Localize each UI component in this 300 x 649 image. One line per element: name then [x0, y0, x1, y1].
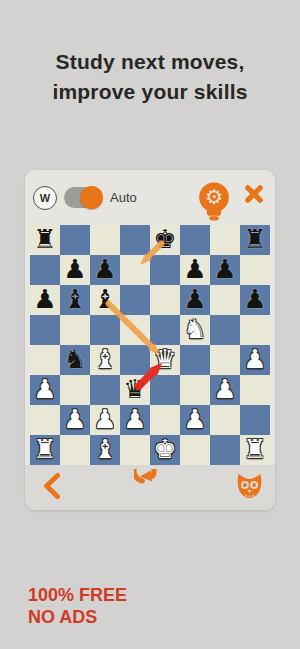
square-a5[interactable] [30, 315, 60, 345]
piece-black-king[interactable]: ♚ [150, 225, 180, 255]
square-f4[interactable] [180, 345, 210, 375]
side-to-move-badge: W [33, 186, 57, 210]
square-f5[interactable]: ♞ [180, 315, 210, 345]
close-icon [244, 184, 264, 208]
back-button[interactable] [39, 472, 65, 504]
title-line-1: Study next moves, [0, 47, 300, 77]
square-g2[interactable] [210, 405, 240, 435]
piece-black-rook[interactable]: ♜ [30, 225, 60, 255]
square-c6[interactable]: ♝ [90, 285, 120, 315]
piece-white-pawn[interactable]: ♟ [30, 375, 60, 405]
square-g1[interactable] [210, 435, 240, 465]
square-g5[interactable] [210, 315, 240, 345]
square-g6[interactable] [210, 285, 240, 315]
square-e3[interactable] [150, 375, 180, 405]
auto-toggle-knob[interactable] [80, 186, 103, 209]
square-h2[interactable] [240, 405, 270, 435]
square-g4[interactable] [210, 345, 240, 375]
piece-black-pawn[interactable]: ♟ [180, 255, 210, 285]
square-f8[interactable] [180, 225, 210, 255]
piece-white-bishop[interactable]: ♝ [90, 435, 120, 465]
piece-black-pawn[interactable]: ♟ [210, 255, 240, 285]
square-c3[interactable] [90, 375, 120, 405]
piece-black-pawn[interactable]: ♟ [90, 255, 120, 285]
square-b8[interactable] [60, 225, 90, 255]
title-line-2: improve your skills [0, 77, 300, 107]
square-d4[interactable] [120, 345, 150, 375]
piece-black-pawn[interactable]: ♟ [180, 285, 210, 315]
hint-button[interactable]: ⚙ [195, 177, 233, 225]
square-d6[interactable] [120, 285, 150, 315]
square-c5[interactable] [90, 315, 120, 345]
piece-white-knight[interactable]: ♞ [180, 315, 210, 345]
promo-free-line: 100% FREE [28, 584, 127, 606]
piece-black-knight[interactable]: ♞ [60, 345, 90, 375]
square-d8[interactable] [120, 225, 150, 255]
promo-text: 100% FREE NO ADS [28, 584, 127, 628]
svg-text:⚙: ⚙ [205, 184, 223, 208]
square-f1[interactable] [180, 435, 210, 465]
close-button[interactable] [244, 184, 264, 208]
square-f2[interactable]: ♟ [180, 405, 210, 435]
square-g3[interactable]: ♟ [210, 375, 240, 405]
square-b2[interactable]: ♟ [60, 405, 90, 435]
auto-toggle[interactable] [64, 187, 102, 208]
piece-black-pawn[interactable]: ♟ [30, 285, 60, 315]
square-h7[interactable] [240, 255, 270, 285]
square-d1[interactable] [120, 435, 150, 465]
bottom-bar [25, 465, 275, 510]
piece-white-rook[interactable]: ♜ [240, 435, 270, 465]
owl-logo-icon [236, 472, 263, 503]
square-d5[interactable] [120, 315, 150, 345]
square-a8[interactable]: ♜ [30, 225, 60, 255]
square-b3[interactable] [60, 375, 90, 405]
square-a3[interactable]: ♟ [30, 375, 60, 405]
promo-noads-line: NO ADS [28, 606, 127, 628]
square-e7[interactable] [150, 255, 180, 285]
piece-white-pawn[interactable]: ♟ [210, 375, 240, 405]
square-a1[interactable]: ♜ [30, 435, 60, 465]
square-h5[interactable] [240, 315, 270, 345]
square-e5[interactable] [150, 315, 180, 345]
piece-white-pawn[interactable]: ♟ [120, 405, 150, 435]
page-title: Study next moves, improve your skills [0, 47, 300, 107]
piece-white-queen[interactable]: ♛ [150, 345, 180, 375]
square-b5[interactable] [60, 315, 90, 345]
square-c1[interactable]: ♝ [90, 435, 120, 465]
piece-black-queen[interactable]: ♛ [120, 375, 150, 405]
piece-white-pawn[interactable]: ♟ [90, 405, 120, 435]
square-h8[interactable]: ♜ [240, 225, 270, 255]
square-f7[interactable]: ♟ [180, 255, 210, 285]
square-d2[interactable]: ♟ [120, 405, 150, 435]
square-f3[interactable] [180, 375, 210, 405]
square-b1[interactable] [60, 435, 90, 465]
square-c7[interactable]: ♟ [90, 255, 120, 285]
piece-white-pawn[interactable]: ♟ [180, 405, 210, 435]
square-b7[interactable]: ♟ [60, 255, 90, 285]
piece-white-rook[interactable]: ♜ [30, 435, 60, 465]
square-h1[interactable]: ♜ [240, 435, 270, 465]
square-h3[interactable] [240, 375, 270, 405]
owl-logo-button[interactable] [236, 472, 263, 503]
piece-white-pawn[interactable]: ♟ [60, 405, 90, 435]
auto-toggle-label: Auto [110, 190, 137, 205]
chess-board[interactable]: ♜♚♜♟♟♟♟♟♝♝♟♟♞♞♝♛♟♟♛♟♟♟♟♟♜♝♚♜ [30, 225, 270, 465]
piece-black-bishop[interactable]: ♝ [60, 285, 90, 315]
square-h6[interactable]: ♟ [240, 285, 270, 315]
back-chevron-icon [39, 472, 65, 504]
square-e8[interactable]: ♚ [150, 225, 180, 255]
square-e1[interactable]: ♚ [150, 435, 180, 465]
square-a7[interactable] [30, 255, 60, 285]
restart-button[interactable] [134, 469, 168, 507]
square-f6[interactable]: ♟ [180, 285, 210, 315]
piece-black-bishop[interactable]: ♝ [90, 285, 120, 315]
square-c4[interactable]: ♝ [90, 345, 120, 375]
piece-black-pawn[interactable]: ♟ [60, 255, 90, 285]
piece-black-rook[interactable]: ♜ [240, 225, 270, 255]
square-a6[interactable]: ♟ [30, 285, 60, 315]
restart-circular-arrow-icon [134, 469, 168, 507]
gear-lightbulb-icon: ⚙ [195, 177, 233, 225]
square-g8[interactable] [210, 225, 240, 255]
square-d3[interactable]: ♛ [120, 375, 150, 405]
puzzle-toolbar: W Auto ⚙ [25, 170, 275, 225]
square-d7[interactable] [120, 255, 150, 285]
square-a4[interactable] [30, 345, 60, 375]
piece-black-pawn[interactable]: ♟ [240, 285, 270, 315]
square-c2[interactable]: ♟ [90, 405, 120, 435]
square-a2[interactable] [30, 405, 60, 435]
square-b6[interactable]: ♝ [60, 285, 90, 315]
piece-white-bishop[interactable]: ♝ [90, 345, 120, 375]
puzzle-card: W Auto ⚙ ♜♚♜♟♟♟♟♟♝♝♟♟♞♞♝♛♟♟♛♟♟♟♟♟♜♝♚♜ [25, 170, 275, 510]
square-e2[interactable] [150, 405, 180, 435]
square-c8[interactable] [90, 225, 120, 255]
square-e4[interactable]: ♛ [150, 345, 180, 375]
square-h4[interactable]: ♟ [240, 345, 270, 375]
piece-white-pawn[interactable]: ♟ [240, 345, 270, 375]
square-e6[interactable] [150, 285, 180, 315]
square-g7[interactable]: ♟ [210, 255, 240, 285]
square-b4[interactable]: ♞ [60, 345, 90, 375]
piece-white-king[interactable]: ♚ [150, 435, 180, 465]
